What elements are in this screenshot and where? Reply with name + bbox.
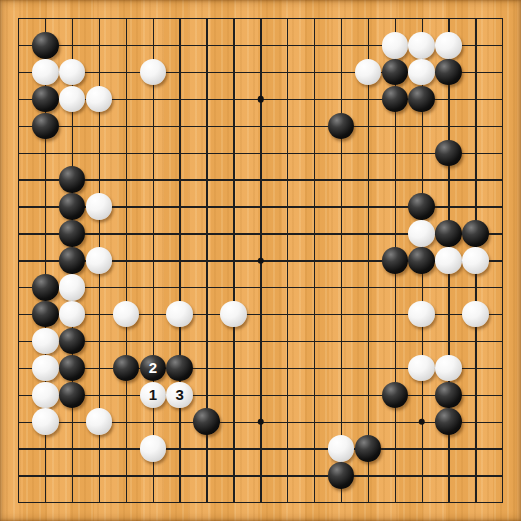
- intersection-14-13[interactable]: [355, 328, 382, 355]
- intersection-17-10[interactable]: [435, 247, 462, 274]
- intersection-16-10[interactable]: [408, 247, 435, 274]
- intersection-2-15[interactable]: [32, 381, 59, 408]
- intersection-6-10[interactable]: [139, 247, 166, 274]
- intersection-14-12[interactable]: [355, 301, 382, 328]
- intersection-9-6[interactable]: [220, 139, 247, 166]
- intersection-16-17[interactable]: [408, 435, 435, 462]
- intersection-1-17[interactable]: [5, 435, 32, 462]
- intersection-15-18[interactable]: [381, 462, 408, 489]
- intersection-15-5[interactable]: [381, 113, 408, 140]
- intersection-8-13[interactable]: [193, 328, 220, 355]
- intersection-2-7[interactable]: [32, 166, 59, 193]
- intersection-11-1[interactable]: [274, 5, 301, 32]
- intersection-14-1[interactable]: [355, 5, 382, 32]
- intersection-13-8[interactable]: [328, 193, 355, 220]
- intersection-9-2[interactable]: [220, 32, 247, 59]
- intersection-18-17[interactable]: [462, 435, 489, 462]
- intersection-13-15[interactable]: [328, 381, 355, 408]
- intersection-8-9[interactable]: [193, 220, 220, 247]
- intersection-1-6[interactable]: [5, 139, 32, 166]
- intersection-2-19[interactable]: [32, 489, 59, 516]
- intersection-17-11[interactable]: [435, 274, 462, 301]
- intersection-12-1[interactable]: [301, 5, 328, 32]
- intersection-8-19[interactable]: [193, 489, 220, 516]
- intersection-2-12[interactable]: [32, 301, 59, 328]
- intersection-6-18[interactable]: [139, 462, 166, 489]
- intersection-7-12[interactable]: [166, 301, 193, 328]
- intersection-1-16[interactable]: [5, 408, 32, 435]
- intersection-15-9[interactable]: [381, 220, 408, 247]
- intersection-11-11[interactable]: [274, 274, 301, 301]
- intersection-3-7[interactable]: [59, 166, 86, 193]
- intersection-10-16[interactable]: [247, 408, 274, 435]
- intersection-18-3[interactable]: [462, 59, 489, 86]
- intersection-19-17[interactable]: [489, 435, 516, 462]
- intersection-14-6[interactable]: [355, 139, 382, 166]
- intersection-7-8[interactable]: [166, 193, 193, 220]
- intersection-6-6[interactable]: [139, 139, 166, 166]
- intersection-6-7[interactable]: [139, 166, 166, 193]
- intersection-18-6[interactable]: [462, 139, 489, 166]
- intersection-11-7[interactable]: [274, 166, 301, 193]
- intersection-19-6[interactable]: [489, 139, 516, 166]
- intersection-5-16[interactable]: [113, 408, 140, 435]
- intersection-2-14[interactable]: [32, 355, 59, 382]
- intersection-11-18[interactable]: [274, 462, 301, 489]
- intersection-12-15[interactable]: [301, 381, 328, 408]
- intersection-3-9[interactable]: [59, 220, 86, 247]
- intersection-10-8[interactable]: [247, 193, 274, 220]
- intersection-11-10[interactable]: [274, 247, 301, 274]
- intersection-1-18[interactable]: [5, 462, 32, 489]
- intersection-5-12[interactable]: [113, 301, 140, 328]
- intersection-15-4[interactable]: [381, 86, 408, 113]
- intersection-11-15[interactable]: [274, 381, 301, 408]
- intersection-12-9[interactable]: [301, 220, 328, 247]
- intersection-4-14[interactable]: [86, 355, 113, 382]
- intersection-3-8[interactable]: [59, 193, 86, 220]
- intersection-15-2[interactable]: [381, 32, 408, 59]
- intersection-19-15[interactable]: [489, 381, 516, 408]
- intersection-5-8[interactable]: [113, 193, 140, 220]
- intersection-3-16[interactable]: [59, 408, 86, 435]
- intersection-3-2[interactable]: [59, 32, 86, 59]
- intersection-18-10[interactable]: [462, 247, 489, 274]
- intersection-2-3[interactable]: [32, 59, 59, 86]
- intersection-15-12[interactable]: [381, 301, 408, 328]
- intersection-8-14[interactable]: [193, 355, 220, 382]
- intersection-14-15[interactable]: [355, 381, 382, 408]
- intersection-14-4[interactable]: [355, 86, 382, 113]
- intersection-6-14[interactable]: 2: [139, 355, 166, 382]
- intersection-16-9[interactable]: [408, 220, 435, 247]
- intersection-8-4[interactable]: [193, 86, 220, 113]
- intersection-10-13[interactable]: [247, 328, 274, 355]
- intersection-15-15[interactable]: [381, 381, 408, 408]
- intersection-10-14[interactable]: [247, 355, 274, 382]
- intersection-12-17[interactable]: [301, 435, 328, 462]
- intersection-15-3[interactable]: [381, 59, 408, 86]
- intersection-19-18[interactable]: [489, 462, 516, 489]
- intersection-10-11[interactable]: [247, 274, 274, 301]
- intersection-18-16[interactable]: [462, 408, 489, 435]
- intersection-18-14[interactable]: [462, 355, 489, 382]
- intersection-10-6[interactable]: [247, 139, 274, 166]
- intersection-2-5[interactable]: [32, 113, 59, 140]
- intersection-10-17[interactable]: [247, 435, 274, 462]
- intersection-3-5[interactable]: [59, 113, 86, 140]
- intersection-13-4[interactable]: [328, 86, 355, 113]
- intersection-15-16[interactable]: [381, 408, 408, 435]
- intersection-14-5[interactable]: [355, 113, 382, 140]
- intersection-4-7[interactable]: [86, 166, 113, 193]
- intersection-18-7[interactable]: [462, 166, 489, 193]
- intersection-14-19[interactable]: [355, 489, 382, 516]
- intersection-7-17[interactable]: [166, 435, 193, 462]
- intersection-6-12[interactable]: [139, 301, 166, 328]
- intersection-6-17[interactable]: [139, 435, 166, 462]
- intersection-16-19[interactable]: [408, 489, 435, 516]
- intersection-4-17[interactable]: [86, 435, 113, 462]
- intersection-15-6[interactable]: [381, 139, 408, 166]
- intersection-1-11[interactable]: [5, 274, 32, 301]
- intersection-13-18[interactable]: [328, 462, 355, 489]
- intersection-6-9[interactable]: [139, 220, 166, 247]
- intersection-5-17[interactable]: [113, 435, 140, 462]
- intersection-6-8[interactable]: [139, 193, 166, 220]
- intersection-8-3[interactable]: [193, 59, 220, 86]
- intersection-19-4[interactable]: [489, 86, 516, 113]
- intersection-15-7[interactable]: [381, 166, 408, 193]
- intersection-8-18[interactable]: [193, 462, 220, 489]
- intersection-9-11[interactable]: [220, 274, 247, 301]
- intersection-5-6[interactable]: [113, 139, 140, 166]
- intersection-5-14[interactable]: [113, 355, 140, 382]
- intersection-5-18[interactable]: [113, 462, 140, 489]
- intersection-12-6[interactable]: [301, 139, 328, 166]
- intersection-19-19[interactable]: [489, 489, 516, 516]
- intersection-5-7[interactable]: [113, 166, 140, 193]
- intersection-9-4[interactable]: [220, 86, 247, 113]
- intersection-1-1[interactable]: [5, 5, 32, 32]
- intersection-7-19[interactable]: [166, 489, 193, 516]
- intersection-16-13[interactable]: [408, 328, 435, 355]
- intersection-14-16[interactable]: [355, 408, 382, 435]
- intersection-19-7[interactable]: [489, 166, 516, 193]
- intersection-10-19[interactable]: [247, 489, 274, 516]
- intersection-18-5[interactable]: [462, 113, 489, 140]
- intersection-18-15[interactable]: [462, 381, 489, 408]
- intersection-7-15[interactable]: 3: [166, 381, 193, 408]
- intersection-3-4[interactable]: [59, 86, 86, 113]
- intersection-1-5[interactable]: [5, 113, 32, 140]
- intersection-16-3[interactable]: [408, 59, 435, 86]
- intersection-8-2[interactable]: [193, 32, 220, 59]
- intersection-3-17[interactable]: [59, 435, 86, 462]
- intersection-1-4[interactable]: [5, 86, 32, 113]
- intersection-4-4[interactable]: [86, 86, 113, 113]
- intersection-13-12[interactable]: [328, 301, 355, 328]
- intersection-9-8[interactable]: [220, 193, 247, 220]
- intersection-15-14[interactable]: [381, 355, 408, 382]
- intersection-2-8[interactable]: [32, 193, 59, 220]
- intersection-5-15[interactable]: [113, 381, 140, 408]
- intersection-12-19[interactable]: [301, 489, 328, 516]
- intersection-2-18[interactable]: [32, 462, 59, 489]
- intersection-7-4[interactable]: [166, 86, 193, 113]
- intersection-9-9[interactable]: [220, 220, 247, 247]
- intersection-10-10[interactable]: [247, 247, 274, 274]
- intersection-5-3[interactable]: [113, 59, 140, 86]
- intersection-12-12[interactable]: [301, 301, 328, 328]
- intersection-2-16[interactable]: [32, 408, 59, 435]
- intersection-17-14[interactable]: [435, 355, 462, 382]
- intersection-17-5[interactable]: [435, 113, 462, 140]
- intersection-12-13[interactable]: [301, 328, 328, 355]
- intersection-10-7[interactable]: [247, 166, 274, 193]
- intersection-5-5[interactable]: [113, 113, 140, 140]
- intersection-9-3[interactable]: [220, 59, 247, 86]
- intersection-15-17[interactable]: [381, 435, 408, 462]
- intersection-13-16[interactable]: [328, 408, 355, 435]
- intersection-10-18[interactable]: [247, 462, 274, 489]
- intersection-3-3[interactable]: [59, 59, 86, 86]
- intersection-18-19[interactable]: [462, 489, 489, 516]
- intersection-19-5[interactable]: [489, 113, 516, 140]
- intersection-8-6[interactable]: [193, 139, 220, 166]
- intersection-1-19[interactable]: [5, 489, 32, 516]
- intersection-4-6[interactable]: [86, 139, 113, 166]
- intersection-13-10[interactable]: [328, 247, 355, 274]
- intersection-11-16[interactable]: [274, 408, 301, 435]
- intersection-9-14[interactable]: [220, 355, 247, 382]
- intersection-2-1[interactable]: [32, 5, 59, 32]
- intersection-13-17[interactable]: [328, 435, 355, 462]
- intersection-19-1[interactable]: [489, 5, 516, 32]
- intersection-17-2[interactable]: [435, 32, 462, 59]
- intersection-6-11[interactable]: [139, 274, 166, 301]
- intersection-6-1[interactable]: [139, 5, 166, 32]
- intersection-16-7[interactable]: [408, 166, 435, 193]
- intersection-16-1[interactable]: [408, 5, 435, 32]
- intersection-18-9[interactable]: [462, 220, 489, 247]
- intersection-12-16[interactable]: [301, 408, 328, 435]
- intersection-7-6[interactable]: [166, 139, 193, 166]
- intersection-14-7[interactable]: [355, 166, 382, 193]
- intersection-3-13[interactable]: [59, 328, 86, 355]
- intersection-17-7[interactable]: [435, 166, 462, 193]
- intersection-14-10[interactable]: [355, 247, 382, 274]
- intersection-5-9[interactable]: [113, 220, 140, 247]
- intersection-11-6[interactable]: [274, 139, 301, 166]
- intersection-13-9[interactable]: [328, 220, 355, 247]
- intersection-11-19[interactable]: [274, 489, 301, 516]
- intersection-19-14[interactable]: [489, 355, 516, 382]
- intersection-18-1[interactable]: [462, 5, 489, 32]
- intersection-8-5[interactable]: [193, 113, 220, 140]
- intersection-9-19[interactable]: [220, 489, 247, 516]
- intersection-3-15[interactable]: [59, 381, 86, 408]
- intersection-7-18[interactable]: [166, 462, 193, 489]
- intersection-6-4[interactable]: [139, 86, 166, 113]
- intersection-16-14[interactable]: [408, 355, 435, 382]
- intersection-4-5[interactable]: [86, 113, 113, 140]
- intersection-4-10[interactable]: [86, 247, 113, 274]
- intersection-9-13[interactable]: [220, 328, 247, 355]
- intersection-16-5[interactable]: [408, 113, 435, 140]
- intersection-1-9[interactable]: [5, 220, 32, 247]
- intersection-8-8[interactable]: [193, 193, 220, 220]
- intersection-1-15[interactable]: [5, 381, 32, 408]
- intersection-4-16[interactable]: [86, 408, 113, 435]
- intersection-11-8[interactable]: [274, 193, 301, 220]
- intersection-5-2[interactable]: [113, 32, 140, 59]
- intersection-19-13[interactable]: [489, 328, 516, 355]
- intersection-18-2[interactable]: [462, 32, 489, 59]
- intersection-6-13[interactable]: [139, 328, 166, 355]
- intersection-3-1[interactable]: [59, 5, 86, 32]
- intersection-1-14[interactable]: [5, 355, 32, 382]
- intersection-9-17[interactable]: [220, 435, 247, 462]
- intersection-17-19[interactable]: [435, 489, 462, 516]
- intersection-7-2[interactable]: [166, 32, 193, 59]
- intersection-12-2[interactable]: [301, 32, 328, 59]
- intersection-15-1[interactable]: [381, 5, 408, 32]
- intersection-18-18[interactable]: [462, 462, 489, 489]
- intersection-4-9[interactable]: [86, 220, 113, 247]
- intersection-19-11[interactable]: [489, 274, 516, 301]
- intersection-11-2[interactable]: [274, 32, 301, 59]
- intersection-17-13[interactable]: [435, 328, 462, 355]
- intersection-13-7[interactable]: [328, 166, 355, 193]
- intersection-13-14[interactable]: [328, 355, 355, 382]
- intersection-4-1[interactable]: [86, 5, 113, 32]
- intersection-3-11[interactable]: [59, 274, 86, 301]
- intersection-6-2[interactable]: [139, 32, 166, 59]
- intersection-11-17[interactable]: [274, 435, 301, 462]
- intersection-5-10[interactable]: [113, 247, 140, 274]
- intersection-12-8[interactable]: [301, 193, 328, 220]
- intersection-17-12[interactable]: [435, 301, 462, 328]
- intersection-4-12[interactable]: [86, 301, 113, 328]
- intersection-6-15[interactable]: 1: [139, 381, 166, 408]
- intersection-18-4[interactable]: [462, 86, 489, 113]
- intersection-2-9[interactable]: [32, 220, 59, 247]
- intersection-19-12[interactable]: [489, 301, 516, 328]
- intersection-18-11[interactable]: [462, 274, 489, 301]
- intersection-7-14[interactable]: [166, 355, 193, 382]
- intersection-13-2[interactable]: [328, 32, 355, 59]
- intersection-16-4[interactable]: [408, 86, 435, 113]
- intersection-13-5[interactable]: [328, 113, 355, 140]
- intersection-10-9[interactable]: [247, 220, 274, 247]
- intersection-15-11[interactable]: [381, 274, 408, 301]
- intersection-6-3[interactable]: [139, 59, 166, 86]
- intersection-5-13[interactable]: [113, 328, 140, 355]
- intersection-17-6[interactable]: [435, 139, 462, 166]
- intersection-14-3[interactable]: [355, 59, 382, 86]
- intersection-11-12[interactable]: [274, 301, 301, 328]
- intersection-16-18[interactable]: [408, 462, 435, 489]
- intersection-16-8[interactable]: [408, 193, 435, 220]
- intersection-8-7[interactable]: [193, 166, 220, 193]
- intersection-14-11[interactable]: [355, 274, 382, 301]
- intersection-18-8[interactable]: [462, 193, 489, 220]
- intersection-3-10[interactable]: [59, 247, 86, 274]
- intersection-19-3[interactable]: [489, 59, 516, 86]
- intersection-17-18[interactable]: [435, 462, 462, 489]
- intersection-3-14[interactable]: [59, 355, 86, 382]
- intersection-10-15[interactable]: [247, 381, 274, 408]
- intersection-12-18[interactable]: [301, 462, 328, 489]
- intersection-16-12[interactable]: [408, 301, 435, 328]
- intersection-9-15[interactable]: [220, 381, 247, 408]
- intersection-7-9[interactable]: [166, 220, 193, 247]
- intersection-4-3[interactable]: [86, 59, 113, 86]
- intersection-17-4[interactable]: [435, 86, 462, 113]
- intersection-15-19[interactable]: [381, 489, 408, 516]
- intersection-2-4[interactable]: [32, 86, 59, 113]
- intersection-1-3[interactable]: [5, 59, 32, 86]
- intersection-1-8[interactable]: [5, 193, 32, 220]
- intersection-14-18[interactable]: [355, 462, 382, 489]
- intersection-17-16[interactable]: [435, 408, 462, 435]
- intersection-17-9[interactable]: [435, 220, 462, 247]
- intersection-2-2[interactable]: [32, 32, 59, 59]
- intersection-18-12[interactable]: [462, 301, 489, 328]
- intersection-9-1[interactable]: [220, 5, 247, 32]
- intersection-10-1[interactable]: [247, 5, 274, 32]
- intersection-1-7[interactable]: [5, 166, 32, 193]
- intersection-9-5[interactable]: [220, 113, 247, 140]
- intersection-14-8[interactable]: [355, 193, 382, 220]
- intersection-10-2[interactable]: [247, 32, 274, 59]
- intersection-7-10[interactable]: [166, 247, 193, 274]
- intersection-5-1[interactable]: [113, 5, 140, 32]
- intersection-7-5[interactable]: [166, 113, 193, 140]
- intersection-19-2[interactable]: [489, 32, 516, 59]
- intersection-8-12[interactable]: [193, 301, 220, 328]
- intersection-4-2[interactable]: [86, 32, 113, 59]
- intersection-8-1[interactable]: [193, 5, 220, 32]
- intersection-7-7[interactable]: [166, 166, 193, 193]
- intersection-7-16[interactable]: [166, 408, 193, 435]
- intersection-13-19[interactable]: [328, 489, 355, 516]
- intersection-8-16[interactable]: [193, 408, 220, 435]
- intersection-12-4[interactable]: [301, 86, 328, 113]
- intersection-9-7[interactable]: [220, 166, 247, 193]
- intersection-19-8[interactable]: [489, 193, 516, 220]
- intersection-4-8[interactable]: [86, 193, 113, 220]
- intersection-3-19[interactable]: [59, 489, 86, 516]
- intersection-11-13[interactable]: [274, 328, 301, 355]
- intersection-1-13[interactable]: [5, 328, 32, 355]
- intersection-1-10[interactable]: [5, 247, 32, 274]
- intersection-12-10[interactable]: [301, 247, 328, 274]
- intersection-15-10[interactable]: [381, 247, 408, 274]
- intersection-5-19[interactable]: [113, 489, 140, 516]
- intersection-12-7[interactable]: [301, 166, 328, 193]
- intersection-2-10[interactable]: [32, 247, 59, 274]
- intersection-17-1[interactable]: [435, 5, 462, 32]
- intersection-16-15[interactable]: [408, 381, 435, 408]
- intersection-10-5[interactable]: [247, 113, 274, 140]
- intersection-3-18[interactable]: [59, 462, 86, 489]
- intersection-8-11[interactable]: [193, 274, 220, 301]
- intersection-4-15[interactable]: [86, 381, 113, 408]
- intersection-4-19[interactable]: [86, 489, 113, 516]
- intersection-7-1[interactable]: [166, 5, 193, 32]
